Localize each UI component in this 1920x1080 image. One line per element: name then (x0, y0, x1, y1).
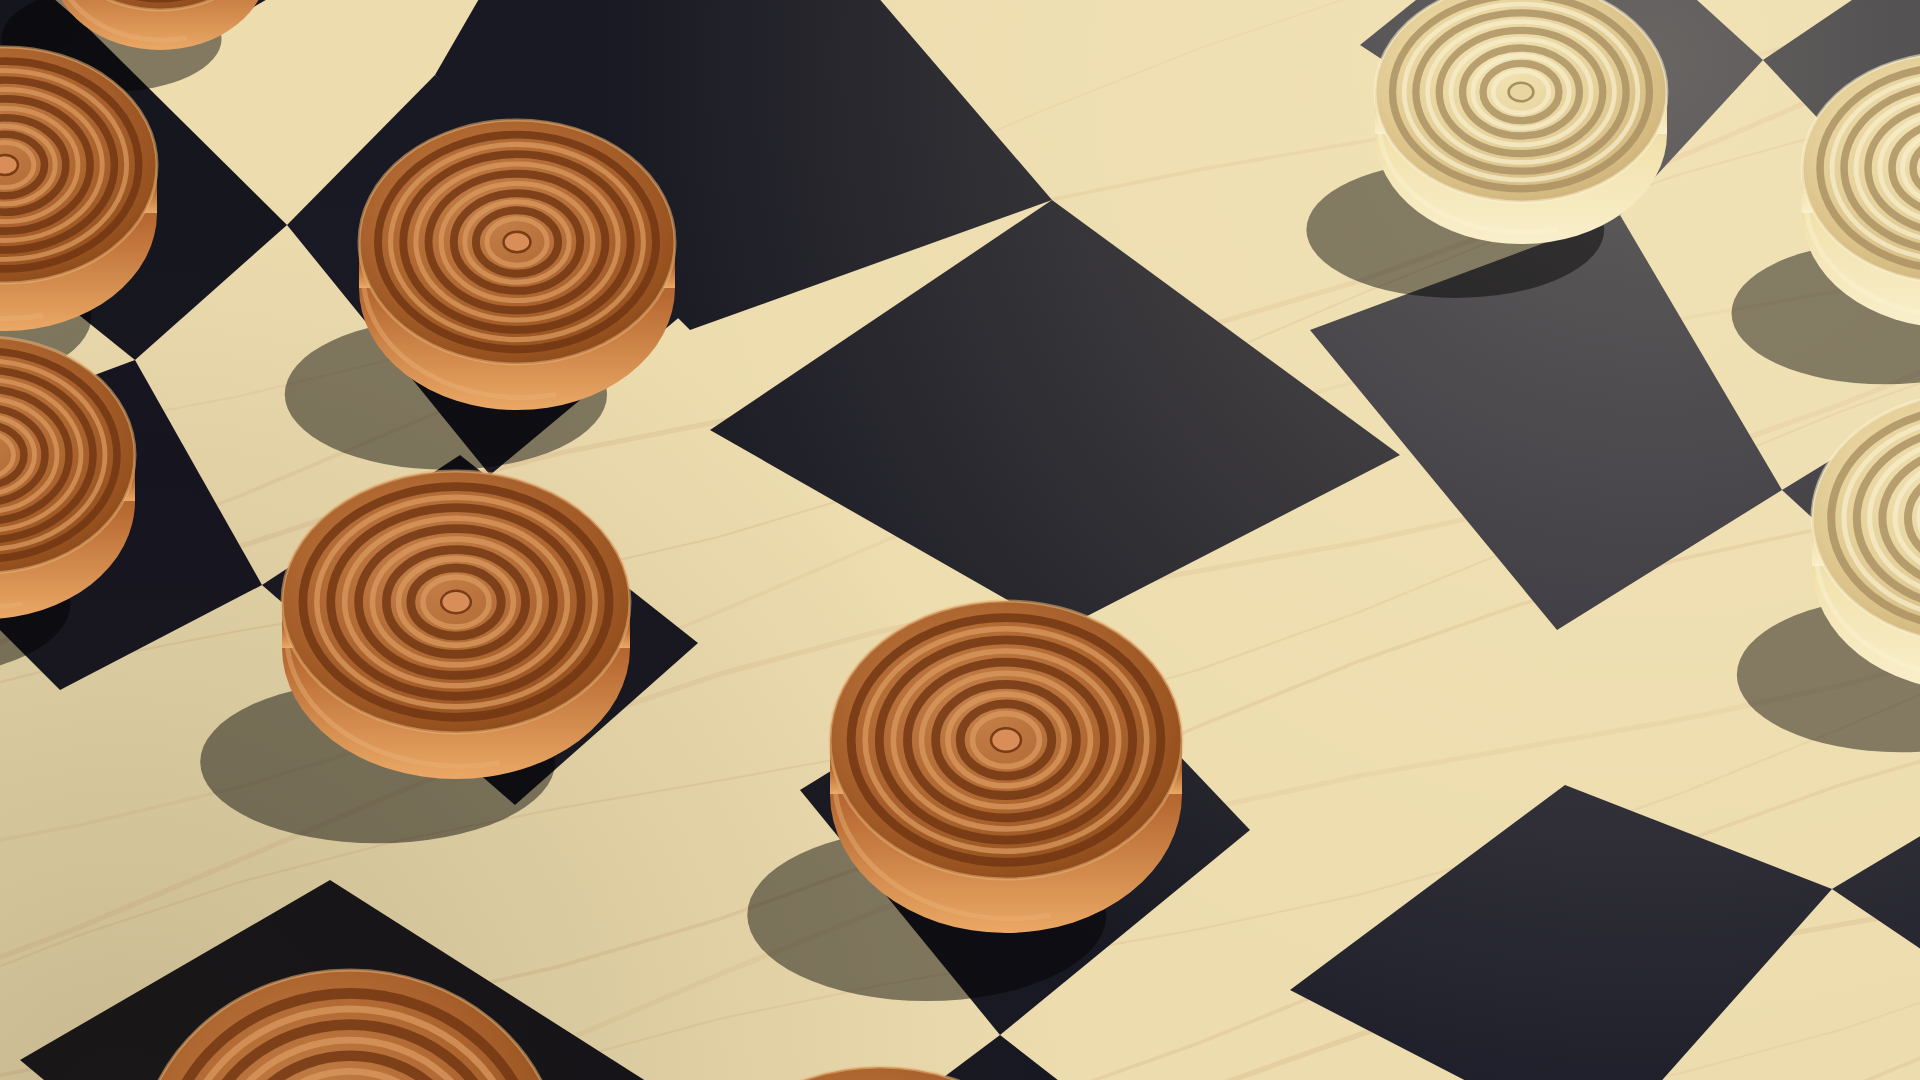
piece-glyph: ⛂ (471, 179, 563, 307)
piece-glyph: ⛂ (407, 535, 506, 672)
piece-glyph: ⛂ (0, 104, 49, 228)
piece-glyph: ⛂ (0, 394, 29, 518)
piece-glyph: ⛀ (1480, 35, 1563, 150)
piece-glyph: ⛀ (1909, 109, 1920, 229)
board-scene: ⛂⛀⛂⛀⛂⛂⛀⛂⛂⛂⛂ (0, 0, 1920, 1080)
piece-glyph: ⛂ (276, 1064, 423, 1080)
piece-glyph: ⛂ (954, 668, 1059, 814)
checkers-board-photo: Checkers (draughts) board close-up: wood… (0, 0, 1920, 1080)
